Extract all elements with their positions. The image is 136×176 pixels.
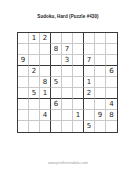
sudoku-cell-r3c8 [95, 55, 106, 66]
sudoku-cell-r6c4 [51, 88, 62, 99]
sudoku-cell-r9c5 [62, 121, 73, 132]
sudoku-cell-r3c1: 9 [18, 55, 29, 66]
sudoku-cell-r3c3 [40, 55, 51, 66]
sudoku-cell-r6c2: 5 [29, 88, 40, 99]
sudoku-cell-r4c3 [40, 66, 51, 77]
sudoku-cell-r1c3: 2 [40, 33, 51, 44]
sudoku-cell-r9c7: 5 [84, 121, 95, 132]
sudoku-cell-r9c9 [106, 121, 117, 132]
sudoku-cell-r9c4 [51, 121, 62, 132]
sudoku-cell-r5c3: 8 [40, 77, 51, 88]
sudoku-cell-r8c1 [18, 110, 29, 121]
sudoku-cell-r7c4: 6 [51, 99, 62, 110]
sudoku-cell-r9c6 [73, 121, 84, 132]
sudoku-cell-r8c5 [62, 110, 73, 121]
sudoku-cell-r6c6 [73, 88, 84, 99]
sudoku-cell-r7c5 [62, 99, 73, 110]
sudoku-cell-r5c8 [95, 77, 106, 88]
sudoku-cell-r4c2: 2 [29, 66, 40, 77]
sudoku-cell-r2c7 [84, 44, 95, 55]
sudoku-cell-r2c9 [106, 44, 117, 55]
sudoku-cell-r9c8 [95, 121, 106, 132]
sudoku-cell-r8c8: 9 [95, 110, 106, 121]
sudoku-cell-r8c7 [84, 110, 95, 121]
sudoku-cell-r1c5 [62, 33, 73, 44]
sudoku-cell-r7c8 [95, 99, 106, 110]
sudoku-cell-r2c1 [18, 44, 29, 55]
sudoku-cell-r2c5: 7 [62, 44, 73, 55]
sudoku-cell-r6c5 [62, 88, 73, 99]
sudoku-cell-r7c3 [40, 99, 51, 110]
sudoku-cell-r7c7 [84, 99, 95, 110]
sudoku-page: Sudoku, Hard (Puzzle #430) 1287937268515… [0, 0, 136, 176]
sudoku-cell-r8c9: 8 [106, 110, 117, 121]
sudoku-cell-r2c3 [40, 44, 51, 55]
sudoku-cell-r9c3 [40, 121, 51, 132]
sudoku-cell-r9c1 [18, 121, 29, 132]
sudoku-cell-r2c2 [29, 44, 40, 55]
puzzle-title: Sudoku, Hard (Puzzle #430) [0, 13, 136, 20]
sudoku-cell-r6c1 [18, 88, 29, 99]
sudoku-cell-r6c9 [106, 88, 117, 99]
sudoku-cell-r7c9: 4 [106, 99, 117, 110]
sudoku-cell-r6c8 [95, 88, 106, 99]
sudoku-cell-r3c5: 3 [62, 55, 73, 66]
sudoku-cell-r3c7: 7 [84, 55, 95, 66]
sudoku-cell-r4c8 [95, 66, 106, 77]
sudoku-cell-r1c1 [18, 33, 29, 44]
sudoku-cell-r1c8 [95, 33, 106, 44]
sudoku-cell-r1c2: 1 [29, 33, 40, 44]
sudoku-cell-r4c5 [62, 66, 73, 77]
sudoku-cell-r4c1 [18, 66, 29, 77]
sudoku-cell-r5c4: 5 [51, 77, 62, 88]
sudoku-cell-r5c5 [62, 77, 73, 88]
sudoku-cell-r8c2 [29, 110, 40, 121]
sudoku-cell-r3c9 [106, 55, 117, 66]
sudoku-cell-r1c4 [51, 33, 62, 44]
sudoku-cell-r7c2 [29, 99, 40, 110]
sudoku-cell-r5c9 [106, 77, 117, 88]
sudoku-cell-r5c2 [29, 77, 40, 88]
sudoku-cell-r6c7: 2 [84, 88, 95, 99]
sudoku-cell-r1c7 [84, 33, 95, 44]
sudoku-cell-r4c9: 6 [106, 66, 117, 77]
sudoku-cell-r4c6 [73, 66, 84, 77]
footer-url: www.printfreesudoku.com [0, 161, 136, 166]
sudoku-cell-r1c6 [73, 33, 84, 44]
sudoku-cell-r4c7 [84, 66, 95, 77]
sudoku-cell-r4c4 [51, 66, 62, 77]
sudoku-cell-r2c4: 8 [51, 44, 62, 55]
sudoku-cell-r9c2 [29, 121, 40, 132]
sudoku-cell-r7c1 [18, 99, 29, 110]
sudoku-cell-r5c6 [73, 77, 84, 88]
sudoku-cell-r2c8 [95, 44, 106, 55]
sudoku-cell-r5c1 [18, 77, 29, 88]
sudoku-cell-r8c6: 1 [73, 110, 84, 121]
sudoku-cell-r8c3: 4 [40, 110, 51, 121]
sudoku-cell-r6c3: 1 [40, 88, 51, 99]
sudoku-board: 1287937268515126441985 [17, 32, 118, 133]
sudoku-cell-r2c6 [73, 44, 84, 55]
sudoku-cell-r3c4 [51, 55, 62, 66]
sudoku-cell-r3c2 [29, 55, 40, 66]
sudoku-cell-r5c7: 1 [84, 77, 95, 88]
sudoku-cell-r7c6 [73, 99, 84, 110]
sudoku-cell-r1c9 [106, 33, 117, 44]
sudoku-cell-r3c6 [73, 55, 84, 66]
sudoku-cell-r8c4 [51, 110, 62, 121]
